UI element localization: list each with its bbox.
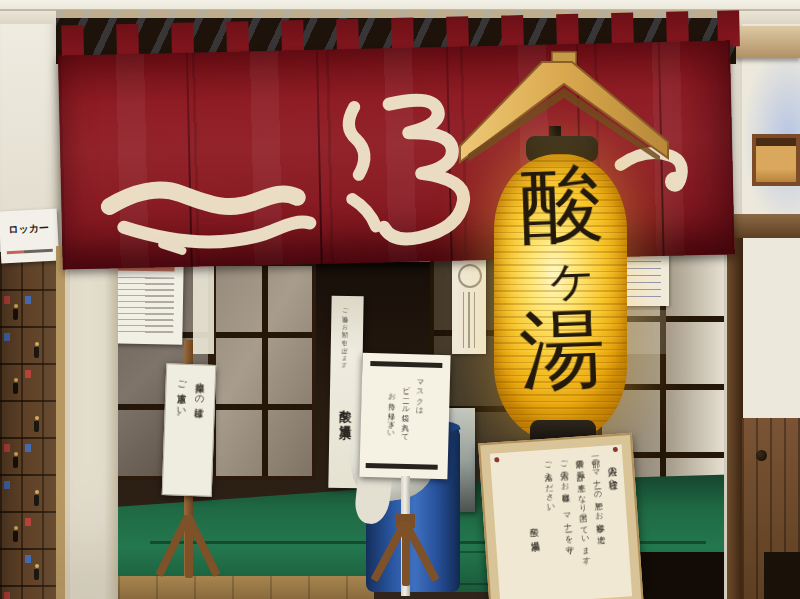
left-sign-leg	[185, 518, 193, 578]
onsen-entrance-photo: ご協力をお願い申し上げます。 酸ケ湯温泉 ご案内 酸ケ湯温泉 ロッカー	[0, 0, 800, 599]
entrance-pillar	[56, 246, 118, 599]
left-sign-line-1: 山菜採りの皆様は、	[190, 374, 207, 486]
locker-sign: ロッカー	[0, 209, 59, 264]
wall-hook	[756, 450, 767, 461]
strip-sign-message: ご協力をお願い申し上げます。	[339, 304, 350, 400]
left-standing-sign: 山菜採りの皆様は、 ご遠慮下さい。	[162, 363, 217, 497]
small-window	[752, 134, 800, 186]
right-wood-post	[727, 238, 743, 599]
right-corner-shadow	[764, 552, 800, 599]
lantern-char-1: 酸	[501, 160, 624, 248]
strip-sign-signature: 酸ケ湯温泉	[337, 400, 354, 419]
wood-floor-strip	[118, 576, 374, 599]
center-glass-door	[212, 262, 316, 480]
lantern-char-2: ヶ	[511, 248, 633, 306]
narrow-paper-strip	[193, 260, 214, 354]
round-stamp-notice	[452, 258, 486, 354]
left-sign-line-2: ご遠慮下さい。	[172, 373, 189, 485]
shoe-locker-cabinet	[0, 252, 60, 599]
poster-line-1: マスクは	[413, 374, 425, 460]
poster-line-2: ビニール袋に入れて	[399, 374, 411, 460]
right-wall-beam-mid	[734, 214, 800, 238]
bathing-etiquette-sign: 入浴の皆様へ 一部のマナーの悪いお客様が増え 温泉の風評が悪くなり困っています。…	[478, 433, 644, 599]
lantern-char-3: 湯	[501, 304, 624, 394]
notice-poster: マスクは ビニール袋に入れて お持ち帰り下さい	[359, 353, 450, 479]
poster-line-3: お持ち帰り下さい	[385, 374, 397, 460]
poster-stand-leg	[402, 524, 410, 586]
right-wall-beam-top	[734, 26, 800, 58]
